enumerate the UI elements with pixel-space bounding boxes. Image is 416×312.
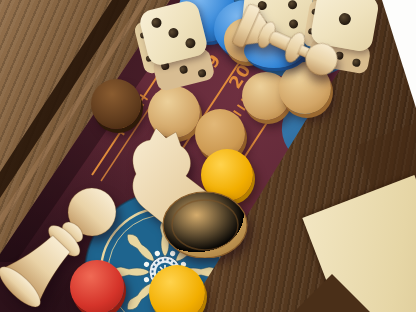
counter-dark-brown: [91, 79, 141, 129]
knight-base-end: [163, 192, 247, 258]
photo-open-game-box: 19 20: [0, 0, 416, 312]
counter-yellow-1: [149, 265, 205, 312]
king-lying: [0, 176, 134, 312]
